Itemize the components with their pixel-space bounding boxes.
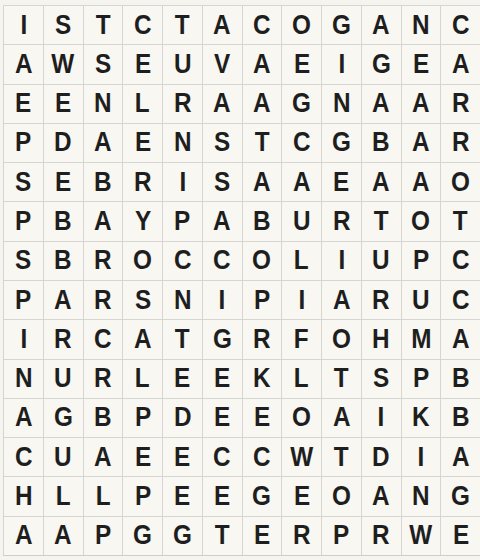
grid-cell[interactable]: E bbox=[243, 399, 282, 437]
grid-cell[interactable]: R bbox=[441, 85, 480, 123]
grid-cell[interactable]: U bbox=[44, 360, 83, 398]
grid-cell[interactable]: E bbox=[441, 517, 480, 555]
cell-letter: C bbox=[134, 12, 152, 39]
cell-letter: A bbox=[412, 169, 430, 196]
grid-cell[interactable]: R bbox=[362, 281, 401, 319]
cell-letter: W bbox=[52, 51, 75, 78]
grid-cell[interactable]: A bbox=[362, 85, 401, 123]
cell-letter: S bbox=[15, 247, 31, 274]
grid-cell[interactable]: G bbox=[163, 517, 202, 555]
grid-cell[interactable]: A bbox=[402, 163, 441, 201]
cell-letter: P bbox=[15, 208, 31, 235]
grid-cell[interactable]: P bbox=[322, 517, 361, 555]
grid-cell[interactable]: R bbox=[282, 517, 321, 555]
grid-cell[interactable]: S bbox=[362, 360, 401, 398]
cell-letter: R bbox=[452, 90, 470, 117]
grid-cell[interactable]: E bbox=[203, 360, 242, 398]
cell-letter: R bbox=[333, 208, 351, 235]
grid-cell[interactable]: V bbox=[203, 45, 242, 83]
grid-cell[interactable]: A bbox=[4, 399, 43, 437]
grid-cell[interactable]: A bbox=[203, 85, 242, 123]
grid-cell[interactable]: C bbox=[203, 438, 242, 476]
cell-letter: E bbox=[135, 129, 151, 156]
cell-letter: I bbox=[20, 12, 27, 39]
grid-cell[interactable]: U bbox=[362, 242, 401, 280]
grid-cell[interactable]: P bbox=[4, 202, 43, 240]
grid-cell[interactable]: S bbox=[84, 45, 123, 83]
grid-cell[interactable]: L bbox=[123, 360, 162, 398]
cell-letter: B bbox=[253, 208, 271, 235]
grid-cell[interactable]: T bbox=[203, 517, 242, 555]
cell-letter: H bbox=[15, 483, 33, 510]
grid-cell[interactable]: A bbox=[362, 163, 401, 201]
cell-letter: A bbox=[412, 90, 430, 117]
grid-cell[interactable]: P bbox=[402, 360, 441, 398]
cell-letter: B bbox=[54, 208, 72, 235]
grid-cell[interactable]: E bbox=[44, 85, 83, 123]
grid-cell[interactable]: E bbox=[163, 477, 202, 515]
cell-letter: B bbox=[372, 129, 390, 156]
grid-cell[interactable]: P bbox=[84, 517, 123, 555]
cell-letter: A bbox=[94, 444, 112, 471]
grid-cell[interactable]: B bbox=[84, 163, 123, 201]
grid-cell[interactable]: I bbox=[322, 45, 361, 83]
grid-cell[interactable]: E bbox=[282, 45, 321, 83]
grid-cell[interactable]: A bbox=[44, 517, 83, 555]
cell-letter: E bbox=[413, 51, 429, 78]
cell-letter: A bbox=[372, 483, 390, 510]
cell-letter: O bbox=[332, 326, 351, 353]
grid-cell[interactable]: A bbox=[322, 399, 361, 437]
cell-letter: T bbox=[175, 12, 190, 39]
grid-cell[interactable]: T bbox=[322, 438, 361, 476]
cell-letter: T bbox=[374, 208, 389, 235]
grid-cell[interactable]: I bbox=[4, 320, 43, 358]
cell-letter: L bbox=[135, 365, 150, 392]
cell-letter: P bbox=[333, 522, 349, 549]
grid-cell[interactable]: G bbox=[322, 124, 361, 162]
grid-cell[interactable]: O bbox=[402, 202, 441, 240]
grid-cell[interactable]: H bbox=[362, 320, 401, 358]
cell-letter: U bbox=[293, 208, 311, 235]
grid-cell[interactable]: P bbox=[123, 399, 162, 437]
grid-cell[interactable]: G bbox=[282, 85, 321, 123]
grid-cell[interactable]: A bbox=[243, 163, 282, 201]
cell-letter: W bbox=[290, 444, 313, 471]
grid-cell[interactable]: P bbox=[4, 281, 43, 319]
grid-cell[interactable]: U bbox=[163, 45, 202, 83]
grid-cell[interactable]: P bbox=[243, 281, 282, 319]
grid-cell[interactable]: E bbox=[243, 517, 282, 555]
grid-cell[interactable]: A bbox=[402, 85, 441, 123]
grid-cell[interactable]: E bbox=[163, 438, 202, 476]
grid-cell[interactable]: S bbox=[44, 6, 83, 44]
grid-cell[interactable]: F bbox=[282, 320, 321, 358]
grid-cell[interactable]: A bbox=[282, 163, 321, 201]
grid-cell[interactable]: C bbox=[441, 281, 480, 319]
grid-cell[interactable]: R bbox=[84, 242, 123, 280]
cell-letter: K bbox=[412, 404, 430, 431]
cell-letter: I bbox=[417, 444, 424, 471]
cell-letter: T bbox=[254, 129, 269, 156]
grid-cell[interactable]: C bbox=[163, 242, 202, 280]
grid-cell[interactable]: R bbox=[441, 124, 480, 162]
grid-cell[interactable]: S bbox=[123, 281, 162, 319]
cell-letter: A bbox=[213, 12, 231, 39]
grid-cell[interactable]: O bbox=[243, 242, 282, 280]
grid-cell[interactable]: B bbox=[84, 399, 123, 437]
grid-cell[interactable]: K bbox=[402, 399, 441, 437]
cell-letter: A bbox=[372, 90, 390, 117]
word-search-board: ISTCTACOGANCAWSEUVAEIGEAEENLRAAGNAARPDAE… bbox=[0, 0, 480, 560]
cell-letter: W bbox=[409, 522, 432, 549]
cell-letter: C bbox=[452, 12, 470, 39]
cell-letter: E bbox=[174, 444, 190, 471]
cell-letter: E bbox=[174, 483, 190, 510]
cell-letter: A bbox=[452, 51, 470, 78]
grid-cell[interactable]: I bbox=[203, 281, 242, 319]
grid-cell[interactable]: L bbox=[44, 477, 83, 515]
grid-cell[interactable]: A bbox=[84, 124, 123, 162]
cell-letter: E bbox=[135, 51, 151, 78]
grid-cell[interactable]: L bbox=[123, 85, 162, 123]
grid-cell[interactable]: T bbox=[441, 202, 480, 240]
grid-cell[interactable]: A bbox=[441, 320, 480, 358]
cell-letter: M bbox=[411, 326, 431, 353]
grid-cell[interactable]: E bbox=[44, 163, 83, 201]
grid-cell[interactable]: O bbox=[322, 477, 361, 515]
cell-letter: B bbox=[94, 169, 112, 196]
grid-cell[interactable]: O bbox=[282, 6, 321, 44]
cell-letter: P bbox=[135, 483, 151, 510]
cell-letter: R bbox=[293, 522, 311, 549]
grid-cell[interactable]: C bbox=[441, 242, 480, 280]
cell-letter: R bbox=[94, 365, 112, 392]
grid-cell[interactable]: S bbox=[4, 242, 43, 280]
grid-cell[interactable]: C bbox=[282, 124, 321, 162]
cell-letter: A bbox=[253, 169, 271, 196]
cell-letter: G bbox=[133, 522, 152, 549]
grid-cell[interactable]: I bbox=[4, 6, 43, 44]
grid-cell[interactable]: P bbox=[123, 477, 162, 515]
cell-letter: N bbox=[412, 12, 430, 39]
grid-cell[interactable]: A bbox=[203, 6, 242, 44]
grid-cell[interactable]: C bbox=[441, 6, 480, 44]
grid-cell[interactable]: E bbox=[322, 163, 361, 201]
grid-cell[interactable]: P bbox=[163, 202, 202, 240]
grid-cell[interactable]: I bbox=[282, 281, 321, 319]
cell-letter: A bbox=[213, 90, 231, 117]
cell-letter: A bbox=[293, 169, 311, 196]
cell-letter: A bbox=[134, 326, 152, 353]
grid-cell[interactable]: I bbox=[163, 163, 202, 201]
cell-letter: B bbox=[54, 247, 72, 274]
cell-letter: P bbox=[15, 287, 31, 314]
grid-cell[interactable]: A bbox=[84, 438, 123, 476]
grid-cell[interactable]: E bbox=[163, 360, 202, 398]
grid-cell[interactable]: T bbox=[163, 6, 202, 44]
cell-letter: L bbox=[95, 483, 110, 510]
grid-cell[interactable]: T bbox=[362, 202, 401, 240]
cell-letter: O bbox=[292, 12, 311, 39]
cell-letter: O bbox=[292, 404, 311, 431]
grid-cell[interactable]: D bbox=[163, 399, 202, 437]
grid-cell[interactable]: E bbox=[123, 438, 162, 476]
grid-cell[interactable]: O bbox=[322, 320, 361, 358]
grid-cell[interactable]: E bbox=[203, 477, 242, 515]
grid-cell[interactable]: U bbox=[282, 202, 321, 240]
cell-letter: P bbox=[413, 247, 429, 274]
cell-letter: S bbox=[214, 129, 230, 156]
grid-cell[interactable]: A bbox=[4, 45, 43, 83]
grid-cell[interactable]: T bbox=[163, 320, 202, 358]
grid-cell[interactable]: A bbox=[441, 438, 480, 476]
cell-letter: C bbox=[15, 444, 33, 471]
grid-cell[interactable]: W bbox=[44, 45, 83, 83]
grid-cell[interactable]: P bbox=[402, 242, 441, 280]
grid-cell[interactable]: A bbox=[123, 320, 162, 358]
cell-letter: T bbox=[334, 444, 349, 471]
cell-letter: A bbox=[213, 208, 231, 235]
cell-letter: C bbox=[253, 12, 271, 39]
grid-cell[interactable]: G bbox=[123, 517, 162, 555]
grid-cell[interactable]: A bbox=[402, 124, 441, 162]
grid-cell[interactable]: C bbox=[203, 242, 242, 280]
grid-cell[interactable]: R bbox=[84, 360, 123, 398]
cell-letter: D bbox=[372, 444, 390, 471]
grid-cell[interactable]: U bbox=[402, 281, 441, 319]
grid-cell[interactable]: W bbox=[402, 517, 441, 555]
cell-letter: P bbox=[95, 522, 111, 549]
cell-letter: T bbox=[334, 365, 349, 392]
grid-cell[interactable]: G bbox=[362, 45, 401, 83]
cell-letter: R bbox=[94, 247, 112, 274]
grid-cell[interactable]: I bbox=[402, 438, 441, 476]
grid-cell[interactable]: A bbox=[362, 6, 401, 44]
cell-letter: U bbox=[412, 287, 430, 314]
grid-cell[interactable]: E bbox=[282, 477, 321, 515]
cell-letter: R bbox=[372, 287, 390, 314]
cell-letter: A bbox=[452, 444, 470, 471]
grid-cell[interactable]: B bbox=[44, 202, 83, 240]
cell-letter: P bbox=[413, 365, 429, 392]
cell-letter: R bbox=[253, 326, 271, 353]
grid-cell[interactable]: C bbox=[123, 6, 162, 44]
grid-cell[interactable]: B bbox=[44, 242, 83, 280]
cell-letter: N bbox=[412, 483, 430, 510]
cell-letter: E bbox=[294, 483, 310, 510]
grid-cell[interactable]: B bbox=[441, 399, 480, 437]
cell-letter: E bbox=[333, 169, 349, 196]
grid-cell[interactable]: N bbox=[402, 477, 441, 515]
grid-cell[interactable]: D bbox=[44, 124, 83, 162]
cell-letter: H bbox=[372, 326, 390, 353]
cell-letter: C bbox=[452, 247, 470, 274]
grid-cell[interactable]: S bbox=[203, 124, 242, 162]
cell-letter: P bbox=[15, 129, 31, 156]
cell-letter: N bbox=[174, 287, 192, 314]
cell-letter: E bbox=[453, 522, 469, 549]
grid-cell[interactable]: I bbox=[362, 399, 401, 437]
grid-cell[interactable]: A bbox=[243, 45, 282, 83]
cell-letter: C bbox=[253, 444, 271, 471]
grid-cell[interactable]: N bbox=[84, 85, 123, 123]
grid-cell[interactable]: T bbox=[243, 124, 282, 162]
cell-letter: A bbox=[253, 90, 271, 117]
cell-letter: U bbox=[174, 51, 192, 78]
cell-letter: G bbox=[332, 12, 351, 39]
cell-letter: A bbox=[54, 522, 72, 549]
cell-letter: S bbox=[55, 12, 71, 39]
cell-letter: R bbox=[174, 90, 192, 117]
grid-cell[interactable]: B bbox=[441, 360, 480, 398]
grid-cell[interactable]: K bbox=[243, 360, 282, 398]
cell-letter: C bbox=[174, 247, 192, 274]
cell-letter: I bbox=[298, 287, 305, 314]
cell-letter: A bbox=[54, 287, 72, 314]
grid-cell[interactable]: R bbox=[44, 320, 83, 358]
cell-letter: B bbox=[452, 365, 470, 392]
grid-cell[interactable]: O bbox=[123, 242, 162, 280]
grid-cell[interactable]: T bbox=[322, 360, 361, 398]
cell-letter: G bbox=[372, 51, 391, 78]
grid-cell[interactable]: H bbox=[4, 477, 43, 515]
cell-letter: E bbox=[294, 51, 310, 78]
cell-letter: U bbox=[54, 444, 72, 471]
cell-letter: T bbox=[95, 12, 110, 39]
grid-cell[interactable]: O bbox=[282, 399, 321, 437]
cell-letter: I bbox=[338, 247, 345, 274]
cell-letter: R bbox=[94, 287, 112, 314]
cell-letter: E bbox=[214, 404, 230, 431]
cell-letter: L bbox=[56, 483, 71, 510]
grid-cell[interactable]: E bbox=[123, 45, 162, 83]
grid-cell[interactable]: N bbox=[163, 281, 202, 319]
grid-cell[interactable]: G bbox=[243, 477, 282, 515]
cell-letter: D bbox=[174, 404, 192, 431]
grid-cell[interactable]: N bbox=[4, 360, 43, 398]
cell-letter: C bbox=[452, 287, 470, 314]
cell-letter: P bbox=[135, 404, 151, 431]
cell-letter: L bbox=[135, 90, 150, 117]
cell-letter: L bbox=[294, 365, 309, 392]
grid-cell[interactable]: N bbox=[322, 85, 361, 123]
cell-letter: V bbox=[214, 51, 230, 78]
grid-cell[interactable]: L bbox=[282, 360, 321, 398]
cell-letter: D bbox=[54, 129, 72, 156]
cell-letter: O bbox=[133, 247, 152, 274]
cell-letter: U bbox=[372, 247, 390, 274]
grid-cell[interactable]: G bbox=[441, 477, 480, 515]
cell-letter: S bbox=[214, 169, 230, 196]
grid-cell[interactable]: C bbox=[243, 6, 282, 44]
grid-cell[interactable]: A bbox=[44, 281, 83, 319]
cell-letter: A bbox=[333, 404, 351, 431]
grid-cell[interactable]: S bbox=[4, 163, 43, 201]
grid-cell[interactable]: T bbox=[84, 6, 123, 44]
grid-cell[interactable]: A bbox=[203, 202, 242, 240]
cell-letter: K bbox=[253, 365, 271, 392]
grid-cell[interactable]: B bbox=[243, 202, 282, 240]
grid-cell[interactable]: C bbox=[4, 438, 43, 476]
cell-letter: A bbox=[412, 129, 430, 156]
cell-letter: O bbox=[411, 208, 430, 235]
cell-letter: G bbox=[173, 522, 192, 549]
cell-letter: R bbox=[372, 522, 390, 549]
cell-letter: N bbox=[333, 90, 351, 117]
cell-letter: G bbox=[292, 90, 311, 117]
cell-letter: S bbox=[15, 169, 31, 196]
grid-cell[interactable]: A bbox=[362, 477, 401, 515]
grid-cell[interactable]: L bbox=[282, 242, 321, 280]
cell-letter: B bbox=[94, 404, 112, 431]
cell-letter: E bbox=[254, 522, 270, 549]
grid-cell[interactable]: A bbox=[84, 202, 123, 240]
cell-letter: C bbox=[213, 247, 231, 274]
grid-cell[interactable]: Y bbox=[123, 202, 162, 240]
grid-cell[interactable]: E bbox=[203, 399, 242, 437]
grid-cell[interactable]: S bbox=[203, 163, 242, 201]
cell-letter: G bbox=[213, 326, 232, 353]
grid-cell[interactable]: A bbox=[243, 85, 282, 123]
cell-letter: A bbox=[94, 129, 112, 156]
cell-letter: E bbox=[214, 365, 230, 392]
cell-letter: P bbox=[254, 287, 270, 314]
cell-letter: C bbox=[94, 326, 112, 353]
grid-cell[interactable]: D bbox=[362, 438, 401, 476]
grid-cell[interactable]: P bbox=[4, 124, 43, 162]
grid-cell[interactable]: R bbox=[84, 281, 123, 319]
grid-cell[interactable]: M bbox=[402, 320, 441, 358]
cell-letter: Y bbox=[135, 208, 151, 235]
grid-cell[interactable]: A bbox=[4, 517, 43, 555]
grid-cell[interactable]: B bbox=[362, 124, 401, 162]
cell-letter: G bbox=[252, 483, 271, 510]
grid-cell[interactable]: O bbox=[441, 163, 480, 201]
grid-cell[interactable]: R bbox=[123, 163, 162, 201]
grid-cell[interactable]: E bbox=[402, 45, 441, 83]
grid-cell[interactable]: R bbox=[322, 202, 361, 240]
grid-cell[interactable]: R bbox=[243, 320, 282, 358]
grid-cell[interactable]: R bbox=[163, 85, 202, 123]
grid-cell[interactable]: L bbox=[84, 477, 123, 515]
grid-cell[interactable]: E bbox=[4, 85, 43, 123]
cell-letter: E bbox=[174, 365, 190, 392]
cell-letter: C bbox=[213, 444, 231, 471]
cell-letter: P bbox=[174, 208, 190, 235]
grid-cell[interactable]: C bbox=[84, 320, 123, 358]
cell-letter: O bbox=[451, 169, 470, 196]
grid-cell[interactable]: G bbox=[322, 6, 361, 44]
grid-cell[interactable]: N bbox=[163, 124, 202, 162]
grid-cell[interactable]: U bbox=[44, 438, 83, 476]
grid-cell[interactable]: W bbox=[282, 438, 321, 476]
cell-letter: R bbox=[134, 169, 152, 196]
grid-cell[interactable]: I bbox=[322, 242, 361, 280]
cell-letter: U bbox=[54, 365, 72, 392]
cell-letter: T bbox=[215, 522, 230, 549]
grid-cell[interactable]: G bbox=[203, 320, 242, 358]
cell-letter: F bbox=[294, 326, 309, 353]
grid-cell[interactable]: R bbox=[362, 517, 401, 555]
grid-cell[interactable]: E bbox=[123, 124, 162, 162]
grid-cell[interactable]: N bbox=[402, 6, 441, 44]
grid-cell[interactable]: A bbox=[322, 281, 361, 319]
grid-cell[interactable]: C bbox=[243, 438, 282, 476]
grid-cell[interactable]: G bbox=[44, 399, 83, 437]
cell-letter: E bbox=[55, 90, 71, 117]
grid-cell[interactable]: A bbox=[441, 45, 480, 83]
